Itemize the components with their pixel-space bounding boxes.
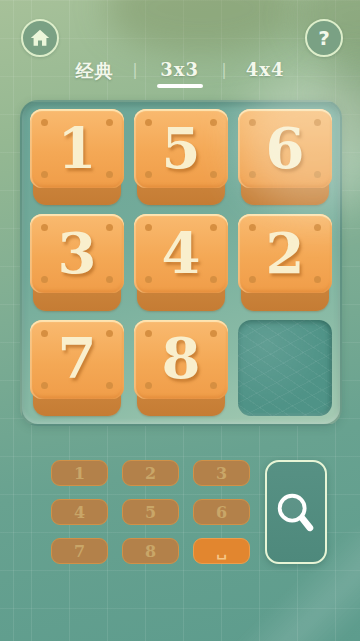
key-5[interactable]: 5 bbox=[122, 499, 179, 525]
key-space[interactable]: ␣ bbox=[193, 538, 250, 564]
tile-number: 2 bbox=[266, 225, 305, 283]
tile-1[interactable]: 1 bbox=[30, 109, 124, 205]
tile-number: 5 bbox=[162, 120, 201, 178]
tab-separator: | bbox=[133, 59, 138, 79]
tile-face: 6 bbox=[238, 109, 332, 188]
tab-classic[interactable]: 经典 bbox=[76, 59, 114, 83]
key-8[interactable]: 8 bbox=[122, 538, 179, 564]
tile-5[interactable]: 5 bbox=[134, 109, 228, 205]
tile-7[interactable]: 7 bbox=[30, 320, 124, 416]
tile-6[interactable]: 6 bbox=[238, 109, 332, 205]
mode-tabs: 经典 | 3x3 | 4x4 bbox=[0, 59, 360, 88]
key-7[interactable]: 7 bbox=[51, 538, 108, 564]
home-icon bbox=[29, 27, 51, 49]
home-button[interactable] bbox=[21, 19, 59, 57]
key-6[interactable]: 6 bbox=[193, 499, 250, 525]
tab-separator: | bbox=[222, 59, 227, 79]
screen: ? 经典 | 3x3 | 4x4 1 5 6 bbox=[0, 0, 360, 641]
tile-number: 1 bbox=[58, 120, 97, 178]
empty-slot bbox=[238, 320, 332, 416]
key-3[interactable]: 3 bbox=[193, 460, 250, 486]
key-1[interactable]: 1 bbox=[51, 460, 108, 486]
number-keypad: 1 2 3 4 5 6 7 8 ␣ bbox=[51, 460, 250, 564]
tile-number: 4 bbox=[162, 225, 201, 283]
tile-face: 7 bbox=[30, 320, 124, 399]
search-button[interactable] bbox=[265, 460, 327, 564]
tile-3[interactable]: 3 bbox=[30, 214, 124, 310]
key-2[interactable]: 2 bbox=[122, 460, 179, 486]
tile-number: 6 bbox=[266, 120, 305, 178]
tile-face: 1 bbox=[30, 109, 124, 188]
tile-number: 8 bbox=[162, 330, 201, 388]
board-grid: 1 5 6 3 bbox=[30, 109, 332, 416]
leaf-shadow bbox=[105, 0, 295, 54]
tile-face: 8 bbox=[134, 320, 228, 399]
tile-face: 4 bbox=[134, 214, 228, 293]
tab-3x3[interactable]: 3x3 bbox=[157, 59, 203, 88]
tile-8[interactable]: 8 bbox=[134, 320, 228, 416]
tile-number: 3 bbox=[58, 225, 97, 283]
magnifier-icon bbox=[273, 489, 319, 535]
question-mark-icon: ? bbox=[318, 26, 330, 50]
tile-4[interactable]: 4 bbox=[134, 214, 228, 310]
tile-2[interactable]: 2 bbox=[238, 214, 332, 310]
tile-number: 7 bbox=[58, 330, 97, 388]
tile-face: 2 bbox=[238, 214, 332, 293]
tile-face: 5 bbox=[134, 109, 228, 188]
key-4[interactable]: 4 bbox=[51, 499, 108, 525]
tile-face: 3 bbox=[30, 214, 124, 293]
tab-4x4[interactable]: 4x4 bbox=[246, 59, 285, 80]
help-button[interactable]: ? bbox=[305, 19, 343, 57]
puzzle-board: 1 5 6 3 bbox=[20, 100, 342, 426]
